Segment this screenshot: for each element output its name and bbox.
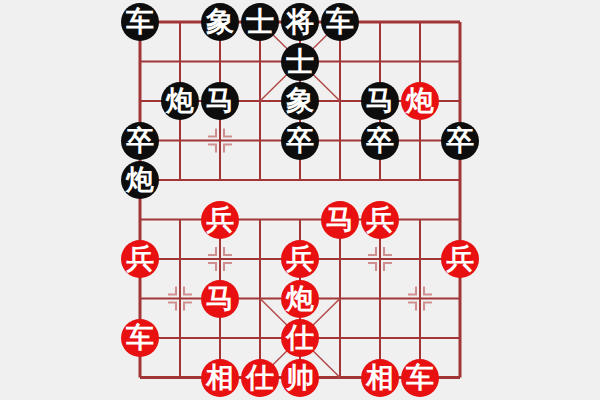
black-soldier[interactable]: 卒 xyxy=(281,122,319,160)
red-soldier[interactable]: 兵 xyxy=(441,240,479,278)
red-horse[interactable]: 马 xyxy=(321,201,359,239)
black-advisor[interactable]: 士 xyxy=(241,3,279,41)
red-advisor[interactable]: 仕 xyxy=(241,359,279,397)
red-elephant[interactable]: 相 xyxy=(361,359,399,397)
red-soldier[interactable]: 兵 xyxy=(201,201,239,239)
black-advisor[interactable]: 士 xyxy=(281,43,319,81)
black-horse[interactable]: 马 xyxy=(361,82,399,120)
red-horse[interactable]: 马 xyxy=(201,280,239,318)
black-soldier[interactable]: 卒 xyxy=(441,122,479,160)
black-elephant[interactable]: 象 xyxy=(201,3,239,41)
red-elephant[interactable]: 相 xyxy=(201,359,239,397)
red-general[interactable]: 帅 xyxy=(281,359,319,397)
black-cannon[interactable]: 炮 xyxy=(121,161,159,199)
red-soldier[interactable]: 兵 xyxy=(121,240,159,278)
black-chariot[interactable]: 车 xyxy=(121,3,159,41)
black-chariot[interactable]: 车 xyxy=(321,3,359,41)
black-cannon[interactable]: 炮 xyxy=(161,82,199,120)
red-cannon[interactable]: 炮 xyxy=(281,280,319,318)
black-soldier[interactable]: 卒 xyxy=(361,122,399,160)
pieces-layer: 车象士将车士炮马象马炮卒卒卒卒炮兵马兵兵兵兵马炮车仕相仕帅相车 xyxy=(0,0,600,400)
black-elephant[interactable]: 象 xyxy=(281,82,319,120)
black-horse[interactable]: 马 xyxy=(201,82,239,120)
red-advisor[interactable]: 仕 xyxy=(281,319,319,357)
black-soldier[interactable]: 卒 xyxy=(121,122,159,160)
xiangqi-board: 车象士将车士炮马象马炮卒卒卒卒炮兵马兵兵兵兵马炮车仕相仕帅相车 xyxy=(0,0,600,400)
red-chariot[interactable]: 车 xyxy=(401,359,439,397)
red-soldier[interactable]: 兵 xyxy=(361,201,399,239)
black-general[interactable]: 将 xyxy=(281,3,319,41)
red-cannon[interactable]: 炮 xyxy=(401,82,439,120)
red-chariot[interactable]: 车 xyxy=(121,319,159,357)
red-soldier[interactable]: 兵 xyxy=(281,240,319,278)
